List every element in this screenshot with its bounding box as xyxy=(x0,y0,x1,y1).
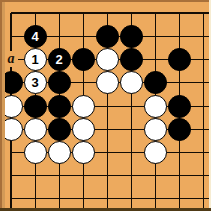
stone-black-move-4: 4 xyxy=(24,25,47,48)
stone-black xyxy=(48,71,71,94)
stone-black xyxy=(48,95,71,118)
stone-white xyxy=(144,141,167,164)
board-frame-top xyxy=(0,0,211,2)
board-frame-left-inner xyxy=(2,2,5,208)
stone-white xyxy=(72,118,95,141)
stone-white xyxy=(144,118,167,141)
go-board: 4a123 xyxy=(0,0,211,211)
grid-line-vertical xyxy=(203,13,204,211)
stone-white xyxy=(144,95,167,118)
stone-black xyxy=(144,71,167,94)
stone-white xyxy=(72,141,95,164)
stone-white-move-3: 3 xyxy=(24,71,47,94)
stone-black xyxy=(120,48,143,71)
grid-line-horizontal xyxy=(11,175,211,176)
stone-black xyxy=(24,95,47,118)
stone-white xyxy=(96,71,119,94)
stone-black xyxy=(168,118,191,141)
stone-white xyxy=(120,71,143,94)
stone-black xyxy=(168,48,191,71)
go-diagram: 4a123 xyxy=(0,0,211,211)
stone-black xyxy=(168,95,191,118)
board-frame-right xyxy=(209,0,211,211)
stone-white-move-1: 1 xyxy=(24,48,47,71)
stone-black-move-2: 2 xyxy=(48,48,71,71)
board-frame-bottom xyxy=(0,208,211,211)
stone-white xyxy=(72,95,95,118)
stone-black xyxy=(48,118,71,141)
stone-white xyxy=(48,141,71,164)
grid-line-horizontal xyxy=(11,12,211,14)
point-label-a: a xyxy=(4,51,18,67)
board-frame-left xyxy=(0,0,2,211)
move-number: 1 xyxy=(31,53,38,66)
stone-white xyxy=(24,141,47,164)
move-number: 3 xyxy=(31,76,38,89)
stone-black xyxy=(72,48,95,71)
move-number: 2 xyxy=(55,53,62,66)
stone-black xyxy=(120,25,143,48)
stone-white xyxy=(96,48,119,71)
stone-white xyxy=(24,118,47,141)
grid-line-horizontal xyxy=(11,198,211,199)
stone-black xyxy=(96,25,119,48)
move-number: 4 xyxy=(31,30,38,43)
